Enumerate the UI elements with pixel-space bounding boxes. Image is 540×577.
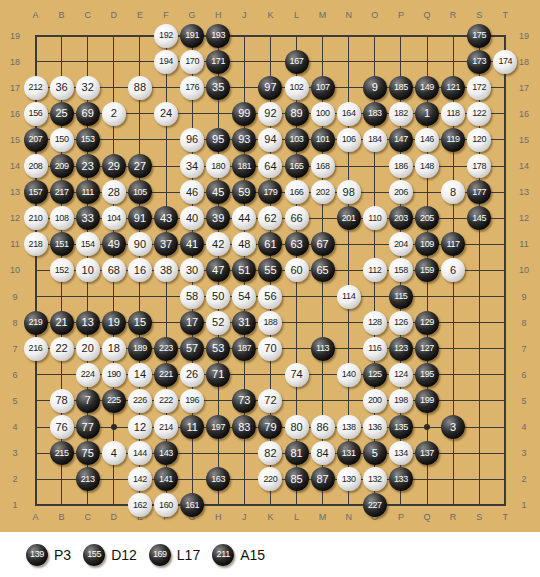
stone-move-number: 157 [29,188,43,197]
stone-move-number: 161 [185,501,199,510]
stone-move-number: 26 [186,369,198,380]
stone-F7: 223 [154,337,178,361]
stone-J10: 51 [232,258,256,282]
stone-F12: 43 [154,206,178,230]
caption-stone-211: 211 [212,544,234,566]
stone-move-number: 139 [30,550,44,559]
stone-J9: 54 [232,285,256,309]
stone-move-number: 173 [472,57,486,66]
stone-move-number: 215 [55,449,69,458]
stone-move-number: 92 [264,108,276,119]
stone-B13: 217 [50,180,74,204]
stone-C16: 69 [76,102,100,126]
stone-move-number: 61 [264,239,276,250]
stone-move-number: 123 [394,344,408,353]
stone-J5: 73 [232,389,256,413]
stone-move-number: 160 [159,501,173,510]
row-label-right: 15 [519,135,529,145]
row-label-right: 2 [521,474,526,484]
column-label-bottom: H [215,512,222,522]
stone-move-number: 66 [290,213,302,224]
column-label-bottom: L [294,512,299,522]
stone-move-number: 197 [211,423,225,432]
stone-move-number: 222 [159,396,173,405]
stone-S15: 120 [467,128,491,152]
column-label-top: N [345,10,352,20]
stone-S16: 122 [467,102,491,126]
stone-move-number: 12 [134,422,146,433]
stone-P5: 198 [389,389,413,413]
stone-move-number: 28 [108,187,120,198]
stone-move-number: 93 [238,134,250,145]
stone-C2: 213 [76,467,100,491]
stone-K8: 188 [258,311,282,335]
stone-move-number: 42 [212,239,224,250]
stone-B10: 152 [50,258,74,282]
stone-R17: 121 [441,76,465,100]
row-label-left: 1 [12,500,17,510]
column-label-bottom: J [242,512,247,522]
stone-move-number: 184 [368,135,382,144]
stone-P11: 204 [389,232,413,256]
row-label-left: 14 [10,161,20,171]
stone-H17: 35 [206,76,230,100]
stone-move-number: 87 [316,474,328,485]
stone-M3: 84 [311,441,335,465]
stone-Q11: 109 [415,232,439,256]
column-label-top: R [450,10,457,20]
stone-move-number: 38 [160,265,172,276]
stone-P3: 134 [389,441,413,465]
stone-P7: 123 [389,337,413,361]
stone-move-number: 142 [133,475,147,484]
row-label-left: 3 [12,448,17,458]
stone-P14: 186 [389,154,413,178]
stone-move-number: 101 [316,135,330,144]
stone-E2: 142 [128,467,152,491]
stone-H8: 52 [206,311,230,335]
column-label-bottom: S [476,512,482,522]
stone-G6: 26 [180,363,204,387]
row-label-right: 4 [521,422,526,432]
stone-F5: 222 [154,389,178,413]
stone-B15: 150 [50,128,74,152]
column-label-top: B [59,10,65,20]
stone-move-number: 218 [29,240,43,249]
stone-move-number: 103 [290,135,304,144]
stone-J16: 99 [232,102,256,126]
stone-move-number: 124 [394,370,408,379]
stone-Q10: 159 [415,258,439,282]
stone-move-number: 180 [211,162,225,171]
stone-move-number: 73 [238,395,250,406]
stone-move-number: 76 [55,422,67,433]
stone-move-number: 79 [264,422,276,433]
stone-move-number: 68 [108,265,120,276]
stone-S12: 145 [467,206,491,230]
stone-move-number: 90 [134,239,146,250]
stone-F3: 143 [154,441,178,465]
stone-O2: 132 [363,467,387,491]
stone-S18: 173 [467,50,491,74]
stone-move-number: 128 [368,318,382,327]
row-label-left: 4 [12,422,17,432]
stone-move-number: 148 [420,162,434,171]
stone-move-number: 149 [420,83,434,92]
stone-D7: 18 [102,337,126,361]
stone-move-number: 211 [217,550,230,559]
stone-move-number: 30 [186,265,198,276]
stone-move-number: 54 [238,291,250,302]
stone-move-number: 129 [420,318,434,327]
stone-move-number: 109 [420,240,434,249]
stone-move-number: 213 [81,475,95,484]
stone-G9: 58 [180,285,204,309]
row-label-left: 6 [12,370,17,380]
stone-move-number: 140 [342,370,356,379]
row-label-left: 2 [12,474,17,484]
caption-entry: 211A15 [212,544,265,566]
caption-stone-155: 155 [83,544,105,566]
stone-move-number: 203 [394,214,408,223]
stone-move-number: 209 [55,162,69,171]
column-label-top: K [267,10,273,20]
column-label-bottom: R [450,512,457,522]
stone-move-number: 74 [290,369,302,380]
stone-M10: 65 [311,258,335,282]
row-label-right: 3 [521,448,526,458]
stone-move-number: 58 [186,291,198,302]
stone-move-number: 17 [186,317,198,328]
row-label-right: 1 [521,500,526,510]
column-label-top: H [215,10,222,20]
stone-F4: 214 [154,415,178,439]
stone-G10: 30 [180,258,204,282]
stone-E11: 90 [128,232,152,256]
stone-move-number: 133 [394,475,408,484]
stone-N6: 140 [337,363,361,387]
stone-move-number: 147 [394,135,408,144]
stone-H7: 53 [206,337,230,361]
stone-R15: 119 [441,128,465,152]
stone-E17: 88 [128,76,152,100]
stone-move-number: 163 [211,475,225,484]
stone-move-number: 162 [133,501,147,510]
stone-P2: 133 [389,467,413,491]
stone-J7: 187 [232,337,256,361]
stone-move-number: 94 [264,134,276,145]
stone-A11: 218 [24,232,48,256]
stone-move-number: 156 [29,109,43,118]
stone-L12: 66 [285,206,309,230]
stone-C7: 20 [76,337,100,361]
stone-C5: 7 [76,389,100,413]
column-label-bottom: Q [423,512,430,522]
caption-moves-not-shown: 139P3155D12169L17211A15 [0,532,540,577]
stone-K11: 61 [258,232,282,256]
stone-move-number: 107 [316,83,330,92]
stone-move-number: 64 [264,161,276,172]
stone-move-number: 143 [159,449,173,458]
stone-move-number: 85 [290,474,302,485]
stone-move-number: 178 [472,162,486,171]
stone-move-number: 110 [368,214,381,223]
stone-H6: 71 [206,363,230,387]
stone-D13: 28 [102,180,126,204]
stone-E4: 12 [128,415,152,439]
stone-G14: 34 [180,154,204,178]
row-label-right: 19 [519,31,529,41]
stone-move-number: 13 [82,317,94,328]
stone-C11: 154 [76,232,100,256]
stone-M7: 113 [311,337,335,361]
stone-A7: 216 [24,337,48,361]
stone-move-number: 67 [316,239,328,250]
stone-E6: 14 [128,363,152,387]
stone-H9: 50 [206,285,230,309]
stone-move-number: 210 [29,214,43,223]
stone-D10: 68 [102,258,126,282]
stone-move-number: 206 [394,188,408,197]
stone-move-number: 33 [82,213,94,224]
stone-move-number: 45 [212,187,224,198]
stone-move-number: 130 [342,475,356,484]
stone-move-number: 84 [316,448,328,459]
stone-move-number: 75 [82,448,94,459]
stone-R16: 118 [441,102,465,126]
stone-P10: 158 [389,258,413,282]
stone-move-number: 57 [186,343,198,354]
stone-move-number: 6 [450,265,456,276]
stone-G15: 96 [180,128,204,152]
stone-move-number: 51 [238,265,250,276]
stone-L17: 102 [285,76,309,100]
stone-move-number: 78 [55,395,67,406]
stone-G11: 41 [180,232,204,256]
stone-B12: 108 [50,206,74,230]
stone-O4: 136 [363,415,387,439]
stone-move-number: 106 [342,135,356,144]
stone-D8: 19 [102,311,126,335]
stone-move-number: 185 [394,83,408,92]
stone-G19: 191 [180,24,204,48]
stone-S19: 175 [467,24,491,48]
row-label-left: 11 [10,239,19,249]
stone-A13: 157 [24,180,48,204]
stone-Q12: 205 [415,206,439,230]
stone-K16: 92 [258,102,282,126]
stone-move-number: 217 [55,188,69,197]
stone-move-number: 207 [29,135,43,144]
stone-move-number: 225 [107,396,121,405]
stone-P12: 203 [389,206,413,230]
stone-O10: 112 [363,258,387,282]
caption-point-label: P3 [54,547,71,563]
caption-entry: 139P3 [26,544,71,566]
stone-B14: 209 [50,154,74,178]
stone-move-number: 164 [342,109,356,118]
stone-K12: 62 [258,206,282,230]
stone-move-number: 119 [447,135,460,144]
stone-move-number: 88 [134,82,146,93]
column-label-top: Q [423,10,430,20]
stone-move-number: 227 [368,501,382,510]
stone-H12: 39 [206,206,230,230]
stone-move-number: 155 [87,550,101,559]
row-label-right: 5 [521,396,526,406]
stone-O16: 183 [363,102,387,126]
stone-move-number: 188 [263,318,277,327]
column-label-top: E [137,10,143,20]
stone-move-number: 65 [316,265,328,276]
stone-C12: 33 [76,206,100,230]
stone-move-number: 153 [81,135,95,144]
stone-G5: 196 [180,389,204,413]
row-label-right: 16 [519,109,529,119]
stone-move-number: 24 [160,108,172,119]
stone-move-number: 59 [238,187,250,198]
stone-O12: 110 [363,206,387,230]
column-label-bottom: T [503,512,509,522]
stone-move-number: 186 [394,162,408,171]
stone-O5: 200 [363,389,387,413]
stone-E1: 162 [128,493,152,517]
stone-move-number: 169 [153,550,167,559]
stone-L13: 166 [285,180,309,204]
stone-K9: 56 [258,285,282,309]
stone-move-number: 191 [185,31,199,40]
stone-F1: 160 [154,493,178,517]
row-label-right: 14 [519,161,529,171]
stone-move-number: 34 [186,161,198,172]
stone-move-number: 50 [212,291,224,302]
stone-Q3: 137 [415,441,439,465]
column-label-bottom: B [59,512,65,522]
stone-move-number: 127 [420,344,434,353]
stone-C3: 75 [76,441,100,465]
stone-move-number: 36 [55,82,67,93]
stone-move-number: 31 [238,317,250,328]
stone-move-number: 8 [450,187,456,198]
stone-K3: 82 [258,441,282,465]
stone-move-number: 205 [420,214,434,223]
caption-entry: 155D12 [83,544,137,566]
stone-move-number: 100 [316,109,330,118]
stone-move-number: 171 [211,57,225,66]
stone-move-number: 98 [343,187,355,198]
stone-G12: 40 [180,206,204,230]
stone-move-number: 120 [472,135,486,144]
stone-move-number: 159 [420,266,434,275]
stone-K7: 70 [258,337,282,361]
row-label-left: 17 [10,83,20,93]
stone-A8: 219 [24,311,48,335]
stone-P8: 126 [389,311,413,335]
stone-move-number: 9 [372,82,378,93]
stone-move-number: 138 [342,423,356,432]
stone-C8: 13 [76,311,100,335]
stone-move-number: 126 [394,318,408,327]
stone-move-number: 2 [111,108,117,119]
stone-Q8: 129 [415,311,439,335]
stone-move-number: 60 [290,265,302,276]
stone-move-number: 135 [394,423,408,432]
stone-move-number: 193 [211,31,225,40]
row-label-left: 5 [12,396,17,406]
row-label-right: 11 [519,239,528,249]
stone-C15: 153 [76,128,100,152]
stone-N15: 106 [337,128,361,152]
stone-move-number: 144 [133,449,147,458]
column-label-bottom: K [267,512,273,522]
stone-move-number: 146 [420,135,434,144]
stone-move-number: 145 [472,214,486,223]
stone-D3: 4 [102,441,126,465]
stone-move-number: 167 [290,57,304,66]
caption-point-label: A15 [240,547,265,563]
stone-C17: 32 [76,76,100,100]
stone-move-number: 195 [420,370,434,379]
stone-move-number: 216 [29,344,43,353]
row-label-right: 18 [519,57,529,67]
caption-point-label: D12 [111,547,137,563]
stone-move-number: 105 [133,188,147,197]
stone-H18: 171 [206,50,230,74]
stone-move-number: 46 [186,187,198,198]
stone-J8: 31 [232,311,256,335]
stone-move-number: 187 [237,344,251,353]
stone-move-number: 10 [82,265,94,276]
stone-move-number: 48 [238,239,250,250]
stone-C10: 10 [76,258,100,282]
stone-move-number: 95 [212,134,224,145]
stone-E12: 91 [128,206,152,230]
stone-move-number: 5 [372,448,378,459]
stone-P13: 206 [389,180,413,204]
stone-move-number: 183 [368,109,382,118]
stone-D14: 29 [102,154,126,178]
stone-K10: 55 [258,258,282,282]
stone-A14: 208 [24,154,48,178]
stone-G13: 46 [180,180,204,204]
stone-J13: 59 [232,180,256,204]
stone-F10: 38 [154,258,178,282]
stone-R4: 3 [441,415,465,439]
stone-R11: 117 [441,232,465,256]
stone-K4: 79 [258,415,282,439]
stone-H15: 95 [206,128,230,152]
stone-Q7: 127 [415,337,439,361]
stone-F2: 141 [154,467,178,491]
stone-move-number: 201 [342,214,356,223]
stone-move-number: 122 [472,109,486,118]
column-label-top: O [371,10,378,20]
row-label-right: 12 [519,213,529,223]
stone-move-number: 40 [186,213,198,224]
stone-F6: 221 [154,363,178,387]
stone-G18: 170 [180,50,204,74]
stone-S13: 177 [467,180,491,204]
stone-move-number: 179 [263,188,277,197]
stone-M4: 86 [311,415,335,439]
stone-move-number: 219 [29,318,43,327]
stone-move-number: 56 [264,291,276,302]
stone-move-number: 150 [55,135,69,144]
stone-move-number: 125 [368,370,382,379]
stone-move-number: 81 [290,448,302,459]
stone-M13: 202 [311,180,335,204]
stone-B17: 36 [50,76,74,100]
